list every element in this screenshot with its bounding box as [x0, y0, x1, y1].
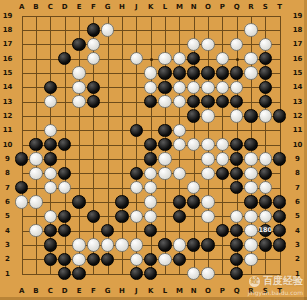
coord-letter-top: H	[119, 3, 125, 10]
stone-white[interactable]	[44, 210, 58, 224]
stone-black[interactable]	[158, 124, 172, 138]
stone-black[interactable]	[87, 210, 101, 224]
stone-black[interactable]	[58, 52, 72, 66]
stone-white[interactable]	[244, 224, 258, 238]
stone-white[interactable]	[259, 152, 273, 166]
stone-black[interactable]	[187, 109, 201, 123]
stone-white[interactable]	[44, 167, 58, 181]
coord-letter-top: P	[220, 3, 225, 10]
coord-number-right: 13	[293, 98, 303, 105]
stone-black[interactable]	[187, 195, 201, 209]
stone-white[interactable]	[244, 238, 258, 252]
stone-black[interactable]	[259, 195, 273, 209]
stone-white[interactable]	[130, 253, 144, 267]
coord-letter-top: S	[263, 3, 268, 10]
stone-black[interactable]	[87, 81, 101, 95]
coord-number-right: 14	[293, 84, 303, 91]
coord-number-right: 8	[295, 170, 300, 177]
coord-number-left: 15	[3, 70, 13, 77]
stone-black[interactable]	[44, 81, 58, 95]
stone-white[interactable]	[244, 253, 258, 267]
coord-number-left: 4	[5, 227, 10, 234]
coord-letter-bottom: C	[48, 288, 53, 295]
stone-black[interactable]	[273, 238, 287, 252]
stone-white[interactable]	[158, 253, 172, 267]
stone-white[interactable]	[130, 181, 144, 195]
coord-letter-bottom: J	[135, 288, 138, 295]
stone-white[interactable]	[187, 81, 201, 95]
stone-white[interactable]	[87, 38, 101, 52]
stone-black[interactable]	[259, 52, 273, 66]
coord-number-right: 4	[295, 227, 300, 234]
coord-number-left: 17	[3, 41, 13, 48]
stone-black[interactable]	[44, 152, 58, 166]
stone-black[interactable]	[273, 210, 287, 224]
coord-letter-bottom: D	[62, 288, 68, 295]
stone-black[interactable]	[158, 66, 172, 80]
stone-black[interactable]	[230, 66, 244, 80]
coord-letter-top: G	[105, 3, 111, 10]
stone-black[interactable]	[115, 195, 129, 209]
coord-number-right: 3	[295, 242, 300, 249]
stone-white[interactable]	[187, 267, 201, 281]
stone-black[interactable]	[216, 224, 230, 238]
stone-white[interactable]	[173, 95, 187, 109]
stone-white[interactable]	[72, 95, 86, 109]
stone-white[interactable]	[158, 52, 172, 66]
stone-black[interactable]	[173, 253, 187, 267]
coord-letter-top: T	[277, 3, 282, 10]
stone-white[interactable]	[201, 210, 215, 224]
stone-white[interactable]	[130, 52, 144, 66]
stone-black[interactable]	[44, 238, 58, 252]
stone-white[interactable]	[173, 167, 187, 181]
stone-black[interactable]	[201, 238, 215, 252]
stone-black[interactable]	[230, 152, 244, 166]
stone-white[interactable]	[72, 81, 86, 95]
coord-number-left: 9	[5, 156, 10, 163]
stone-black[interactable]	[216, 167, 230, 181]
coord-number-right: 10	[293, 141, 303, 148]
coord-number-right: 17	[293, 41, 303, 48]
stone-black[interactable]	[273, 224, 287, 238]
stone-black[interactable]	[58, 167, 72, 181]
coord-number-right: 12	[293, 113, 303, 120]
stone-white[interactable]	[173, 238, 187, 252]
coord-letter-bottom: A	[19, 288, 24, 295]
stone-black[interactable]	[187, 95, 201, 109]
stone-black[interactable]	[230, 167, 244, 181]
stone-black[interactable]	[230, 267, 244, 281]
stone-white[interactable]	[230, 210, 244, 224]
stone-white[interactable]	[144, 167, 158, 181]
stone-black[interactable]	[58, 267, 72, 281]
coord-letter-top: F	[91, 3, 96, 10]
coord-number-left: 10	[3, 141, 13, 148]
stone-white[interactable]	[259, 181, 273, 195]
stone-white[interactable]	[130, 210, 144, 224]
stone-white[interactable]	[173, 52, 187, 66]
coord-letter-top: J	[135, 3, 138, 10]
stone-black[interactable]	[15, 181, 29, 195]
coord-letter-bottom: M	[176, 288, 183, 295]
coord-number-right: 5	[295, 213, 300, 220]
stone-black[interactable]	[87, 23, 101, 37]
stone-black[interactable]: 180	[259, 224, 273, 238]
stone-black[interactable]	[259, 238, 273, 252]
stone-black[interactable]	[87, 253, 101, 267]
coord-letter-top: O	[205, 3, 211, 10]
stone-white[interactable]	[15, 195, 29, 209]
stone-black[interactable]	[230, 95, 244, 109]
coord-letter-top: L	[163, 3, 167, 10]
stone-black[interactable]	[58, 253, 72, 267]
stone-white[interactable]	[144, 181, 158, 195]
stone-white[interactable]	[173, 124, 187, 138]
star-point	[236, 58, 239, 61]
coord-letter-top: K	[148, 3, 153, 10]
stone-black[interactable]	[144, 138, 158, 152]
stone-white[interactable]	[187, 38, 201, 52]
stone-white[interactable]	[29, 152, 43, 166]
stone-white[interactable]	[201, 167, 215, 181]
stone-black[interactable]	[187, 66, 201, 80]
stone-black[interactable]	[144, 267, 158, 281]
stone-black[interactable]	[158, 138, 172, 152]
stone-white[interactable]	[259, 38, 273, 52]
stone-black[interactable]	[244, 109, 258, 123]
stone-black[interactable]	[259, 66, 273, 80]
stone-black[interactable]	[144, 152, 158, 166]
stone-white[interactable]	[101, 238, 115, 252]
stone-white[interactable]	[244, 152, 258, 166]
stone-white[interactable]	[101, 23, 115, 37]
stone-black[interactable]	[216, 66, 230, 80]
coord-letter-top: D	[62, 3, 68, 10]
stone-white[interactable]	[158, 167, 172, 181]
stone-black[interactable]	[158, 81, 172, 95]
stone-white[interactable]	[29, 224, 43, 238]
stone-white[interactable]	[216, 138, 230, 152]
coord-letter-top: B	[33, 3, 38, 10]
stone-black[interactable]	[244, 138, 258, 152]
coord-number-left: 13	[3, 98, 13, 105]
coord-number-left: 16	[3, 55, 13, 62]
stone-white[interactable]	[201, 81, 215, 95]
coord-letter-bottom: G	[105, 288, 111, 295]
stone-black[interactable]	[273, 152, 287, 166]
stone-black[interactable]	[44, 224, 58, 238]
stone-white[interactable]	[87, 238, 101, 252]
go-board[interactable]: AABBCCDDEEFFGGHHJJKKLLMMNNOOPPQQRRSSTT19…	[0, 0, 307, 300]
coord-number-right: 15	[293, 70, 303, 77]
stone-white[interactable]	[216, 52, 230, 66]
coord-letter-top: Q	[234, 3, 240, 10]
stone-black[interactable]	[259, 81, 273, 95]
coord-letter-top: A	[19, 3, 24, 10]
stone-white[interactable]	[230, 81, 244, 95]
stone-black[interactable]	[44, 253, 58, 267]
coord-number-left: 11	[3, 127, 13, 134]
stone-white[interactable]	[244, 167, 258, 181]
stone-white[interactable]	[158, 152, 172, 166]
coord-letter-bottom: H	[119, 288, 125, 295]
stone-white[interactable]	[259, 210, 273, 224]
coord-number-left: 7	[5, 184, 10, 191]
stone-black[interactable]	[29, 138, 43, 152]
stone-white[interactable]	[201, 38, 215, 52]
stone-white[interactable]	[144, 195, 158, 209]
stone-black[interactable]	[259, 167, 273, 181]
stone-white[interactable]	[29, 167, 43, 181]
coord-number-left: 14	[3, 84, 13, 91]
stone-white[interactable]	[201, 138, 215, 152]
stone-white[interactable]	[201, 109, 215, 123]
stone-black[interactable]	[173, 66, 187, 80]
coord-letter-top: N	[191, 3, 197, 10]
stone-black[interactable]	[230, 253, 244, 267]
stone-black[interactable]	[101, 224, 115, 238]
stone-black[interactable]	[273, 195, 287, 209]
coord-number-left: 12	[3, 113, 13, 120]
coord-number-right: 7	[295, 184, 300, 191]
stone-white[interactable]	[144, 210, 158, 224]
coord-number-left: 18	[3, 27, 13, 34]
stone-white[interactable]	[173, 81, 187, 95]
star-point	[150, 58, 153, 61]
baidu-logo-icon: 经	[249, 276, 260, 287]
stone-black[interactable]	[173, 195, 187, 209]
stone-white[interactable]	[230, 38, 244, 52]
stone-black[interactable]	[130, 124, 144, 138]
stone-black[interactable]	[72, 267, 86, 281]
stone-white[interactable]	[72, 66, 86, 80]
move-number-label: 180	[259, 227, 273, 234]
coord-number-right: 18	[293, 27, 303, 34]
stone-black[interactable]	[72, 38, 86, 52]
coord-number-right: 6	[295, 199, 300, 206]
coord-letter-bottom: O	[205, 288, 211, 295]
stone-white[interactable]	[44, 181, 58, 195]
stone-black[interactable]	[244, 195, 258, 209]
stone-black[interactable]	[273, 109, 287, 123]
stone-white[interactable]	[87, 52, 101, 66]
stone-white[interactable]	[158, 95, 172, 109]
coord-letter-bottom: K	[148, 288, 153, 295]
coord-number-left: 3	[5, 242, 10, 249]
stone-black[interactable]	[230, 224, 244, 238]
stone-black[interactable]	[58, 210, 72, 224]
coord-letter-bottom: L	[163, 288, 167, 295]
stone-black[interactable]	[230, 138, 244, 152]
stone-black[interactable]	[44, 138, 58, 152]
stone-white[interactable]	[244, 66, 258, 80]
stone-white[interactable]	[244, 23, 258, 37]
coord-number-right: 9	[295, 156, 300, 163]
coord-letter-bottom: P	[220, 288, 225, 295]
stone-black[interactable]	[144, 253, 158, 267]
coord-number-left: 2	[5, 256, 10, 263]
stone-white[interactable]	[173, 138, 187, 152]
coord-number-left: 5	[5, 213, 10, 220]
coord-letter-bottom: F	[91, 288, 96, 295]
coord-letter-bottom: B	[33, 288, 38, 295]
stone-black[interactable]	[101, 253, 115, 267]
stone-white[interactable]	[201, 195, 215, 209]
stone-black[interactable]	[144, 95, 158, 109]
coord-letter-top: R	[248, 3, 253, 10]
stone-black[interactable]	[15, 152, 29, 166]
stone-black[interactable]	[130, 167, 144, 181]
stone-black[interactable]	[144, 224, 158, 238]
stone-white[interactable]	[130, 238, 144, 252]
stone-white[interactable]	[201, 152, 215, 166]
coord-letter-bottom: N	[191, 288, 197, 295]
coord-number-left: 1	[5, 270, 10, 277]
watermark-subtext: jingyan.baidu.com	[248, 289, 303, 296]
coord-letter-top: C	[48, 3, 53, 10]
stone-white[interactable]	[244, 181, 258, 195]
stone-black[interactable]	[158, 238, 172, 252]
stone-black[interactable]	[115, 210, 129, 224]
coord-letter-top: E	[77, 3, 82, 10]
stone-white[interactable]	[187, 138, 201, 152]
stone-white[interactable]	[216, 152, 230, 166]
coord-number-left: 6	[5, 199, 10, 206]
coord-number-right: 2	[295, 256, 300, 263]
stone-white[interactable]	[244, 210, 258, 224]
coord-letter-bottom: Q	[234, 288, 240, 295]
coord-number-right: 19	[293, 12, 303, 19]
stone-white[interactable]	[29, 195, 43, 209]
stone-white[interactable]	[216, 81, 230, 95]
coord-letter-bottom: E	[77, 288, 82, 295]
stone-white[interactable]	[144, 81, 158, 95]
stone-black[interactable]	[130, 267, 144, 281]
stone-black[interactable]	[58, 138, 72, 152]
stone-black[interactable]	[216, 95, 230, 109]
watermark: 经 百度经验 jingyan.baidu.com	[248, 274, 303, 296]
stone-white[interactable]	[72, 253, 86, 267]
stone-white[interactable]	[144, 66, 158, 80]
stone-black[interactable]	[259, 95, 273, 109]
coord-letter-top: M	[176, 3, 183, 10]
stone-white[interactable]	[72, 238, 86, 252]
stone-black[interactable]	[58, 224, 72, 238]
stone-black[interactable]	[187, 238, 201, 252]
stone-black[interactable]	[187, 52, 201, 66]
stone-black[interactable]	[201, 95, 215, 109]
stone-white[interactable]	[230, 109, 244, 123]
stone-white[interactable]	[58, 181, 72, 195]
stone-white[interactable]	[115, 238, 129, 252]
stone-black[interactable]	[87, 95, 101, 109]
stone-white[interactable]	[44, 95, 58, 109]
stone-white[interactable]	[187, 181, 201, 195]
stone-white[interactable]	[259, 109, 273, 123]
coord-number-right: 11	[293, 127, 303, 134]
coord-number-left: 19	[3, 12, 13, 19]
stone-black[interactable]	[173, 210, 187, 224]
stone-black[interactable]	[230, 181, 244, 195]
stone-white[interactable]	[44, 124, 58, 138]
stone-white[interactable]	[244, 52, 258, 66]
stone-black[interactable]	[230, 238, 244, 252]
coord-number-right: 16	[293, 55, 303, 62]
stone-black[interactable]	[201, 66, 215, 80]
stone-white[interactable]	[201, 267, 215, 281]
stone-black[interactable]	[72, 195, 86, 209]
watermark-text: 百度经验	[263, 274, 303, 288]
coord-number-left: 8	[5, 170, 10, 177]
